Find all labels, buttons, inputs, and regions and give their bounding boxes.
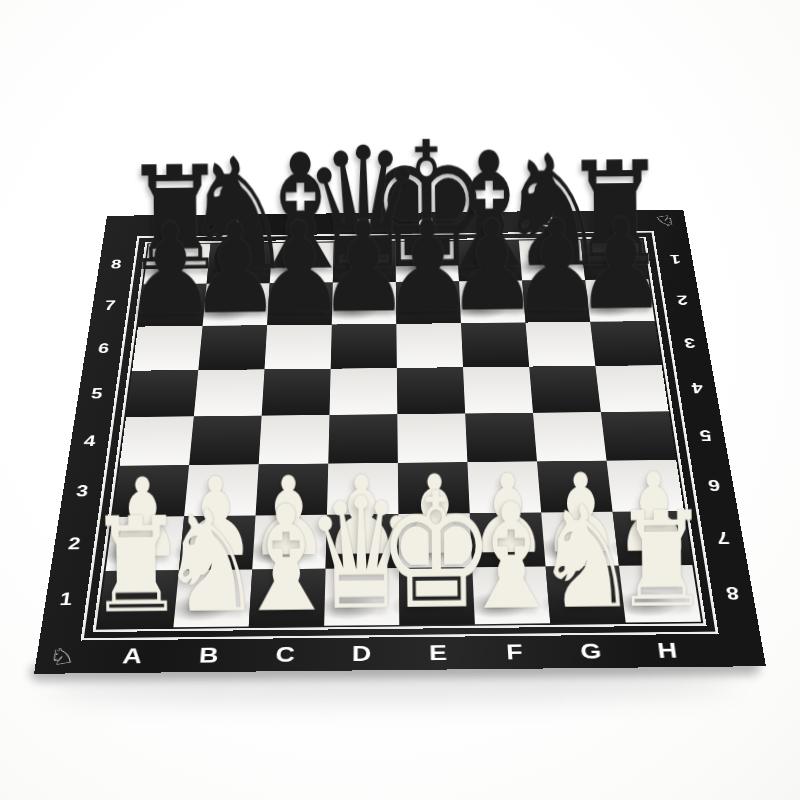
outer-pinstripe-frame: ♜♞♝♛♚♝♞♜♟♟♟♟♟♟♟♟♟♟♟♟♟♟♟♟♜♞♝♛♚♝♞♜ — [81, 231, 719, 641]
file-label-a: A — [92, 640, 172, 674]
file-label-rotated-h: H — [150, 215, 213, 237]
square-d5[interactable] — [329, 368, 397, 415]
chess-board: HGFEDCBA ABCDEFGH 87654321 12345678 ♘ ♘ … — [34, 210, 766, 674]
square-e6[interactable] — [396, 323, 463, 368]
file-label-rotated-f: F — [273, 213, 335, 235]
rank-label-rotated-3: 3 — [668, 321, 711, 365]
rank-label-rotated-6: 6 — [691, 459, 738, 511]
square-d6[interactable] — [331, 324, 397, 369]
file-label-g: G — [551, 635, 631, 669]
square-g5[interactable] — [529, 366, 601, 413]
square-b6[interactable] — [198, 325, 267, 370]
file-label-rotated-c: C — [456, 212, 518, 234]
white-king[interactable]: ♚ — [343, 486, 529, 616]
square-c1[interactable]: ♝ — [249, 569, 326, 627]
file-label-rotated-b: B — [516, 211, 579, 233]
square-c6[interactable] — [264, 325, 331, 370]
square-g6[interactable] — [526, 322, 596, 367]
file-label-rotated-e: E — [334, 213, 395, 235]
rank-label-rotated-1: 1 — [655, 239, 696, 279]
photo-scene: HGFEDCBA ABCDEFGH 87654321 12345678 ♘ ♘ … — [0, 0, 800, 800]
inner-pinstripe-frame: ♜♞♝♛♚♝♞♜♟♟♟♟♟♟♟♟♟♟♟♟♟♟♟♟♜♞♝♛♚♝♞♜ — [93, 237, 707, 632]
square-h5[interactable] — [595, 365, 668, 412]
rank-label-rotated-5: 5 — [683, 411, 729, 460]
rank-label-rotated-4: 4 — [675, 365, 719, 412]
file-label-d: D — [323, 637, 400, 671]
square-h6[interactable] — [590, 321, 661, 366]
square-f6[interactable] — [461, 323, 529, 368]
square-b5[interactable] — [194, 369, 265, 416]
file-label-h: H — [627, 634, 708, 668]
file-label-rotated-d: D — [395, 212, 457, 234]
rank-label-rotated-2: 2 — [661, 279, 703, 321]
file-label-e: E — [400, 636, 477, 670]
square-f5[interactable] — [463, 367, 533, 414]
file-label-rotated-g: G — [211, 214, 274, 236]
knight-logo-icon: ♘ — [37, 637, 86, 675]
square-e5[interactable] — [397, 367, 465, 414]
file-label-c: C — [246, 638, 324, 672]
square-a6[interactable] — [132, 326, 202, 371]
square-c5[interactable] — [262, 369, 331, 416]
square-a5[interactable] — [126, 370, 198, 417]
file-labels-bottom: ABCDEFGH — [92, 634, 708, 673]
square-h7[interactable]: ♟ — [585, 279, 655, 322]
board-grid: ♜♞♝♛♚♝♞♜♟♟♟♟♟♟♟♟♟♟♟♟♟♟♟♟♜♞♝♛♚♝♞♜ — [98, 239, 701, 628]
file-label-f: F — [475, 636, 554, 670]
file-label-b: B — [169, 639, 248, 673]
square-h1[interactable]: ♜ — [619, 565, 701, 623]
file-label-rotated-a: A — [577, 210, 641, 232]
